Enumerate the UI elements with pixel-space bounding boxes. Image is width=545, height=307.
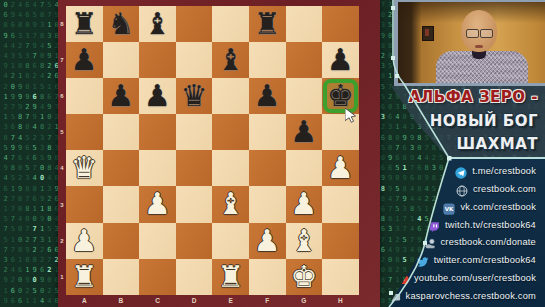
square-c6[interactable]: ♟ xyxy=(139,78,176,114)
square-a3[interactable] xyxy=(66,186,103,222)
square-e1[interactable]: ♜ xyxy=(212,259,249,295)
square-d3[interactable] xyxy=(176,186,213,222)
mouse-cursor-icon xyxy=(345,108,357,123)
square-e7[interactable]: ♝ xyxy=(212,42,249,78)
black-rook-a8[interactable]: ♜ xyxy=(66,6,103,42)
black-pawn-f6[interactable]: ♟ xyxy=(249,78,286,114)
square-a1[interactable]: ♜ xyxy=(66,259,103,295)
square-d4[interactable] xyxy=(176,150,213,186)
presenter-mouth xyxy=(475,45,483,48)
square-b7[interactable] xyxy=(103,42,140,78)
square-d5[interactable] xyxy=(176,114,213,150)
black-queen-d6[interactable]: ♛ xyxy=(176,78,213,114)
white-king-g1[interactable]: ♚ xyxy=(286,259,323,295)
square-c3[interactable]: ♟ xyxy=(139,186,176,222)
square-e8[interactable] xyxy=(212,6,249,42)
black-pawn-g5[interactable]: ♟ xyxy=(286,114,323,150)
link-label: crestbook.com/donate xyxy=(441,237,536,247)
link-label: youtube.com/user/crestbook xyxy=(414,273,536,283)
square-a4[interactable]: ♛ xyxy=(66,150,103,186)
square-g2[interactable]: ♝ xyxy=(286,223,323,259)
link-label: twitter.com/crestbook64 xyxy=(434,255,536,265)
square-b2[interactable] xyxy=(103,223,140,259)
globe-icon xyxy=(456,183,468,195)
square-h3[interactable] xyxy=(322,186,359,222)
square-b5[interactable] xyxy=(103,114,140,150)
square-h8[interactable] xyxy=(322,6,359,42)
rank-labels: 87654321 xyxy=(58,6,66,295)
telegram-icon xyxy=(455,165,467,177)
white-pawn-a2[interactable]: ♟ xyxy=(66,223,103,259)
chess-board-frame: 87654321 ♜♞♝♜♟♝♟♟♟♛♟♚♟♛♟♟♝♟♟♟♝♜♜♚ ABCDEF… xyxy=(58,0,380,307)
black-pawn-a7[interactable]: ♟ xyxy=(66,42,103,78)
stream-video-frame: 0689449421213854946215757329190296643120… xyxy=(0,0,545,307)
square-g5[interactable]: ♟ xyxy=(286,114,323,150)
square-a6[interactable] xyxy=(66,78,103,114)
square-g6[interactable] xyxy=(286,78,323,114)
square-f6[interactable]: ♟ xyxy=(249,78,286,114)
white-bishop-g2[interactable]: ♝ xyxy=(286,223,323,259)
link-label: crestbook.com xyxy=(473,184,536,194)
square-f4[interactable] xyxy=(249,150,286,186)
link-label: t.me/crestbook xyxy=(472,166,536,176)
square-f2[interactable]: ♟ xyxy=(249,223,286,259)
square-h2[interactable] xyxy=(322,223,359,259)
square-f7[interactable] xyxy=(249,42,286,78)
black-bishop-c8[interactable]: ♝ xyxy=(139,6,176,42)
matrix-background-left: 0689449421213854946215757329190296643120… xyxy=(0,0,62,307)
webcam-video xyxy=(394,0,545,86)
black-rook-f8[interactable]: ♜ xyxy=(249,6,286,42)
square-b1[interactable] xyxy=(103,259,140,295)
square-c2[interactable] xyxy=(139,223,176,259)
square-f1[interactable] xyxy=(249,259,286,295)
link-kasparovchess-crestbook-com[interactable]: kasparovchess.crestbook.com xyxy=(380,287,545,304)
vk-icon: VK xyxy=(443,201,455,213)
square-b3[interactable] xyxy=(103,186,140,222)
svg-text:VK: VK xyxy=(445,206,454,212)
square-d7[interactable] xyxy=(176,42,213,78)
square-g3[interactable]: ♟ xyxy=(286,186,323,222)
square-b8[interactable]: ♞ xyxy=(103,6,140,42)
black-pawn-c6[interactable]: ♟ xyxy=(139,78,176,114)
square-c7[interactable] xyxy=(139,42,176,78)
square-e4[interactable] xyxy=(212,150,249,186)
square-e5[interactable] xyxy=(212,114,249,150)
chess-board[interactable]: ♜♞♝♜♟♝♟♟♟♛♟♚♟♛♟♟♝♟♟♟♝♜♜♚ xyxy=(66,6,359,295)
square-h7[interactable]: ♟ xyxy=(322,42,359,78)
white-pawn-c3[interactable]: ♟ xyxy=(139,186,176,222)
picture-frame xyxy=(422,26,434,41)
twitter-icon xyxy=(417,254,429,266)
square-d1[interactable] xyxy=(176,259,213,295)
link-label: twitch.tv/crestbook64 xyxy=(445,220,536,230)
square-d8[interactable] xyxy=(176,6,213,42)
square-g8[interactable] xyxy=(286,6,323,42)
square-b6[interactable]: ♟ xyxy=(103,78,140,114)
white-queen-a4[interactable]: ♛ xyxy=(66,150,103,186)
square-a2[interactable]: ♟ xyxy=(66,223,103,259)
square-h4[interactable]: ♟ xyxy=(322,150,359,186)
square-e3[interactable]: ♝ xyxy=(212,186,249,222)
square-e2[interactable] xyxy=(212,223,249,259)
square-a7[interactable]: ♟ xyxy=(66,42,103,78)
square-d2[interactable] xyxy=(176,223,213,259)
square-c4[interactable] xyxy=(139,150,176,186)
black-knight-b8[interactable]: ♞ xyxy=(103,6,140,42)
white-pawn-f2[interactable]: ♟ xyxy=(249,223,286,259)
square-g7[interactable] xyxy=(286,42,323,78)
square-f8[interactable]: ♜ xyxy=(249,6,286,42)
white-bishop-e3[interactable]: ♝ xyxy=(212,186,249,222)
square-f5[interactable] xyxy=(249,114,286,150)
square-c1[interactable] xyxy=(139,259,176,295)
title-line-1: АЛЬФА ЗЕРО - xyxy=(380,86,545,110)
square-g1[interactable]: ♚ xyxy=(286,259,323,295)
square-c8[interactable]: ♝ xyxy=(139,6,176,42)
square-e6[interactable] xyxy=(212,78,249,114)
file-labels: ABCDEFGH xyxy=(66,295,359,306)
black-pawn-b6[interactable]: ♟ xyxy=(103,78,140,114)
square-d6[interactable]: ♛ xyxy=(176,78,213,114)
white-rook-e1[interactable]: ♜ xyxy=(212,259,249,295)
presenter-glasses xyxy=(466,29,493,36)
white-pawn-h4[interactable]: ♟ xyxy=(322,150,359,186)
white-rook-a1[interactable]: ♜ xyxy=(66,259,103,295)
square-h1[interactable] xyxy=(322,259,359,295)
square-b4[interactable] xyxy=(103,150,140,186)
square-a5[interactable] xyxy=(66,114,103,150)
black-bishop-e7[interactable]: ♝ xyxy=(212,42,249,78)
square-a8[interactable]: ♜ xyxy=(66,6,103,42)
square-f3[interactable] xyxy=(249,186,286,222)
white-pawn-g3[interactable]: ♟ xyxy=(286,186,323,222)
square-g4[interactable] xyxy=(286,150,323,186)
link-label: vk.com/crestbook xyxy=(460,202,536,212)
link-label: kasparovchess.crestbook.com xyxy=(406,291,536,301)
square-c5[interactable] xyxy=(139,114,176,150)
black-pawn-h7[interactable]: ♟ xyxy=(322,42,359,78)
